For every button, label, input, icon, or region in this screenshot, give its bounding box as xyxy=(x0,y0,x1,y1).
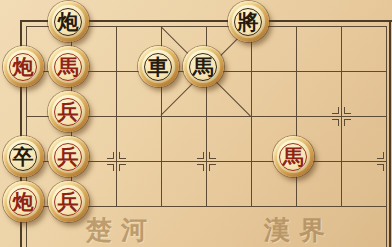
piece-face: 炮 xyxy=(7,50,40,83)
point-marker-corner xyxy=(119,152,126,159)
piece-face: 將 xyxy=(232,5,265,38)
piece-character: 兵 xyxy=(58,101,79,122)
piece-red-soldier[interactable]: 兵 xyxy=(48,91,89,132)
piece-face: 馬 xyxy=(187,50,220,83)
point-marker-corner xyxy=(332,119,339,126)
point-marker-corner xyxy=(344,119,351,126)
piece-face: 炮 xyxy=(7,185,40,218)
piece-ring: 將 xyxy=(234,8,262,36)
piece-face: 卒 xyxy=(7,140,40,173)
piece-ring: 兵 xyxy=(54,188,82,216)
piece-red-soldier[interactable]: 兵 xyxy=(48,136,89,177)
piece-ring: 炮 xyxy=(9,53,37,81)
point-marker xyxy=(197,152,216,171)
river-text-chu-he: 楚河 xyxy=(86,213,156,247)
file-line xyxy=(296,26,297,207)
point-marker xyxy=(107,152,126,171)
xiangqi-board[interactable]: 楚河 漢界 炮將炮馬車馬兵卒兵馬炮兵 xyxy=(0,0,392,247)
piece-character: 馬 xyxy=(283,146,304,167)
point-marker-corner xyxy=(332,107,339,114)
piece-character: 馬 xyxy=(193,56,214,77)
point-marker xyxy=(377,152,392,171)
piece-character: 將 xyxy=(238,11,259,32)
piece-face: 馬 xyxy=(277,140,310,173)
river-text-han-jie: 漢界 xyxy=(264,213,334,247)
piece-red-horse[interactable]: 馬 xyxy=(48,46,89,87)
piece-black-chariot[interactable]: 車 xyxy=(138,46,179,87)
piece-ring: 炮 xyxy=(54,8,82,36)
point-marker-corner xyxy=(119,164,126,171)
file-line xyxy=(116,26,117,207)
point-marker-corner xyxy=(107,152,114,159)
piece-black-cannon[interactable]: 炮 xyxy=(48,1,89,42)
piece-red-horse[interactable]: 馬 xyxy=(273,136,314,177)
piece-ring: 炮 xyxy=(9,188,37,216)
piece-ring: 卒 xyxy=(9,143,37,171)
piece-face: 兵 xyxy=(52,185,85,218)
piece-black-horse[interactable]: 馬 xyxy=(183,46,224,87)
point-marker-corner xyxy=(377,152,384,159)
piece-character: 車 xyxy=(148,56,169,77)
piece-black-general[interactable]: 將 xyxy=(228,1,269,42)
file-line xyxy=(386,26,387,247)
file-line xyxy=(251,26,252,207)
point-marker-corner xyxy=(197,152,204,159)
piece-red-cannon[interactable]: 炮 xyxy=(3,46,44,87)
piece-face: 馬 xyxy=(52,50,85,83)
point-marker-corner xyxy=(209,164,216,171)
point-marker-corner xyxy=(344,107,351,114)
piece-character: 馬 xyxy=(58,56,79,77)
piece-ring: 兵 xyxy=(54,98,82,126)
piece-character: 卒 xyxy=(13,146,34,167)
piece-face: 炮 xyxy=(52,5,85,38)
point-marker-corner xyxy=(209,152,216,159)
piece-face: 車 xyxy=(142,50,175,83)
point-marker xyxy=(332,107,351,126)
piece-character: 兵 xyxy=(58,191,79,212)
piece-character: 兵 xyxy=(58,146,79,167)
point-marker-corner xyxy=(197,164,204,171)
piece-ring: 車 xyxy=(144,53,172,81)
piece-black-soldier[interactable]: 卒 xyxy=(3,136,44,177)
point-marker-corner xyxy=(377,164,384,171)
piece-character: 炮 xyxy=(58,11,79,32)
piece-ring: 馬 xyxy=(279,143,307,171)
piece-ring: 兵 xyxy=(54,143,82,171)
piece-ring: 馬 xyxy=(189,53,217,81)
piece-character: 炮 xyxy=(13,191,34,212)
piece-face: 兵 xyxy=(52,140,85,173)
board-border-right xyxy=(389,20,391,247)
piece-red-cannon[interactable]: 炮 xyxy=(3,181,44,222)
piece-ring: 馬 xyxy=(54,53,82,81)
piece-face: 兵 xyxy=(52,95,85,128)
piece-red-soldier[interactable]: 兵 xyxy=(48,181,89,222)
piece-character: 炮 xyxy=(13,56,34,77)
point-marker-corner xyxy=(107,164,114,171)
